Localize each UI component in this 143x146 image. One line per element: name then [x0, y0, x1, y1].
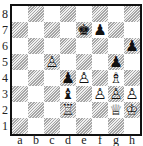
- file-label-g: g: [108, 134, 124, 146]
- square-e5[interactable]: [76, 54, 92, 70]
- file-labels: abcdefgh: [12, 134, 140, 146]
- file-label-f: f: [92, 134, 108, 146]
- square-a4[interactable]: [12, 70, 28, 86]
- file-label-e: e: [76, 134, 92, 146]
- square-d8[interactable]: [60, 6, 76, 22]
- piece-white-king: ♔: [125, 102, 138, 118]
- square-d7[interactable]: [60, 22, 76, 38]
- square-a8[interactable]: [12, 6, 28, 22]
- square-a2[interactable]: [12, 102, 28, 118]
- square-e2[interactable]: [76, 102, 92, 118]
- file-label-b: b: [28, 134, 44, 146]
- square-c4[interactable]: [44, 70, 60, 86]
- square-a1[interactable]: [12, 118, 28, 134]
- rank-label-1: 1: [0, 118, 10, 134]
- chess-board: ♚♟♟♙♟♟♙♗♝♙♙♙♖♕♔: [10, 4, 142, 136]
- square-e7[interactable]: ♚: [76, 22, 92, 38]
- square-d1[interactable]: [60, 118, 76, 134]
- square-a5[interactable]: [12, 54, 28, 70]
- piece-white-pawn: ♙: [109, 86, 122, 102]
- piece-black-pawn: ♟: [93, 22, 106, 38]
- square-g5[interactable]: ♟: [108, 54, 124, 70]
- square-b1[interactable]: [28, 118, 44, 134]
- piece-black-pawn: ♟: [125, 38, 138, 54]
- rank-labels: 87654321: [0, 6, 10, 134]
- file-label-h: h: [124, 134, 140, 146]
- piece-white-pawn: ♙: [45, 54, 58, 70]
- rank-label-8: 8: [0, 6, 10, 22]
- square-d4[interactable]: ♟: [60, 70, 76, 86]
- piece-white-rook: ♖: [61, 102, 74, 118]
- rank-label-4: 4: [0, 70, 10, 86]
- square-g8[interactable]: [108, 6, 124, 22]
- square-h4[interactable]: [124, 70, 140, 86]
- square-d5[interactable]: [60, 54, 76, 70]
- square-d3[interactable]: ♝: [60, 86, 76, 102]
- square-a3[interactable]: [12, 86, 28, 102]
- square-c2[interactable]: [44, 102, 60, 118]
- square-e6[interactable]: [76, 38, 92, 54]
- square-g1[interactable]: [108, 118, 124, 134]
- square-h5[interactable]: [124, 54, 140, 70]
- square-h2[interactable]: ♔: [124, 102, 140, 118]
- square-f7[interactable]: ♟: [92, 22, 108, 38]
- square-b7[interactable]: [28, 22, 44, 38]
- piece-white-bishop: ♗: [109, 70, 122, 86]
- square-g6[interactable]: [108, 38, 124, 54]
- piece-white-pawn: ♙: [93, 86, 106, 102]
- square-b4[interactable]: [28, 70, 44, 86]
- file-label-a: a: [12, 134, 28, 146]
- piece-white-pawn: ♙: [125, 86, 138, 102]
- piece-black-pawn: ♟: [61, 70, 74, 86]
- square-c8[interactable]: [44, 6, 60, 22]
- piece-black-pawn: ♟: [109, 54, 122, 70]
- square-g3[interactable]: ♙: [108, 86, 124, 102]
- file-label-c: c: [44, 134, 60, 146]
- square-g4[interactable]: ♗: [108, 70, 124, 86]
- square-f4[interactable]: [92, 70, 108, 86]
- chess-diagram: 87654321 ♚♟♟♙♟♟♙♗♝♙♙♙♖♕♔ abcdefgh: [0, 0, 143, 146]
- square-b6[interactable]: [28, 38, 44, 54]
- square-b2[interactable]: [28, 102, 44, 118]
- square-f6[interactable]: [92, 38, 108, 54]
- square-c3[interactable]: [44, 86, 60, 102]
- square-f1[interactable]: [92, 118, 108, 134]
- square-f3[interactable]: ♙: [92, 86, 108, 102]
- rank-label-5: 5: [0, 54, 10, 70]
- square-e1[interactable]: [76, 118, 92, 134]
- square-h6[interactable]: ♟: [124, 38, 140, 54]
- square-f2[interactable]: [92, 102, 108, 118]
- file-label-d: d: [60, 134, 76, 146]
- square-b5[interactable]: [28, 54, 44, 70]
- piece-white-queen: ♕: [109, 102, 122, 118]
- square-h8[interactable]: [124, 6, 140, 22]
- square-e3[interactable]: [76, 86, 92, 102]
- square-c6[interactable]: [44, 38, 60, 54]
- square-c1[interactable]: [44, 118, 60, 134]
- square-d2[interactable]: ♖: [60, 102, 76, 118]
- square-a7[interactable]: [12, 22, 28, 38]
- square-g7[interactable]: [108, 22, 124, 38]
- piece-white-pawn: ♙: [77, 70, 90, 86]
- square-c7[interactable]: [44, 22, 60, 38]
- square-e4[interactable]: ♙: [76, 70, 92, 86]
- rank-label-6: 6: [0, 38, 10, 54]
- square-b8[interactable]: [28, 6, 44, 22]
- square-h7[interactable]: [124, 22, 140, 38]
- square-f8[interactable]: [92, 6, 108, 22]
- square-d6[interactable]: [60, 38, 76, 54]
- square-c5[interactable]: ♙: [44, 54, 60, 70]
- piece-black-king: ♚: [77, 22, 90, 38]
- rank-label-2: 2: [0, 102, 10, 118]
- square-a6[interactable]: [12, 38, 28, 54]
- square-b3[interactable]: [28, 86, 44, 102]
- square-h3[interactable]: ♙: [124, 86, 140, 102]
- rank-label-3: 3: [0, 86, 10, 102]
- piece-black-bishop: ♝: [61, 86, 74, 102]
- square-h1[interactable]: [124, 118, 140, 134]
- square-f5[interactable]: [92, 54, 108, 70]
- rank-label-7: 7: [0, 22, 10, 38]
- square-e8[interactable]: [76, 6, 92, 22]
- square-g2[interactable]: ♕: [108, 102, 124, 118]
